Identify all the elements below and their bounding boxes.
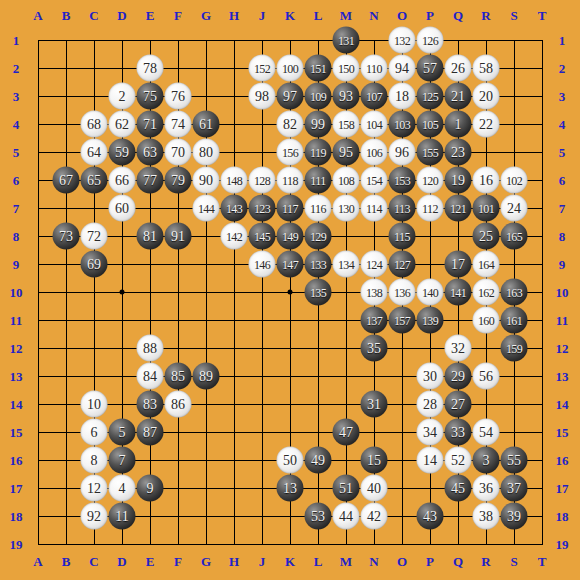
stone-n10-move-138[interactable]: 138 bbox=[361, 279, 388, 306]
move-number: 131 bbox=[338, 34, 354, 46]
stone-r13-move-56[interactable]: 56 bbox=[473, 363, 500, 390]
stone-c17-move-12[interactable]: 12 bbox=[81, 475, 108, 502]
stone-o11-move-157[interactable]: 157 bbox=[389, 307, 416, 334]
move-number: 4 bbox=[119, 481, 126, 495]
move-number: 141 bbox=[450, 286, 466, 298]
column-label-bottom-b: B bbox=[62, 555, 71, 568]
column-label-bottom-r: R bbox=[481, 555, 490, 568]
stone-m3-move-93[interactable]: 93 bbox=[333, 83, 360, 110]
stone-k16-move-50[interactable]: 50 bbox=[277, 447, 304, 474]
move-number: 99 bbox=[311, 117, 325, 131]
column-label-bottom-g: G bbox=[201, 555, 211, 568]
row-label-right-9: 9 bbox=[559, 258, 566, 271]
stone-f5-move-70[interactable]: 70 bbox=[165, 139, 192, 166]
stone-p10-move-140[interactable]: 140 bbox=[417, 279, 444, 306]
stone-c15-move-6[interactable]: 6 bbox=[81, 419, 108, 446]
move-number: 18 bbox=[395, 89, 409, 103]
stone-e3-move-75[interactable]: 75 bbox=[137, 83, 164, 110]
move-number: 127 bbox=[394, 258, 410, 270]
stone-j2-move-152[interactable]: 152 bbox=[249, 55, 276, 82]
move-number: 39 bbox=[507, 509, 521, 523]
stone-m5-move-95[interactable]: 95 bbox=[333, 139, 360, 166]
stone-l16-move-49[interactable]: 49 bbox=[305, 447, 332, 474]
move-number: 47 bbox=[339, 425, 353, 439]
move-number: 162 bbox=[478, 286, 494, 298]
stone-r6-move-16[interactable]: 16 bbox=[473, 167, 500, 194]
move-number: 117 bbox=[282, 202, 298, 214]
row-label-left-18: 18 bbox=[10, 510, 23, 523]
stone-o5-move-96[interactable]: 96 bbox=[389, 139, 416, 166]
move-number: 12 bbox=[87, 481, 101, 495]
stone-p14-move-28[interactable]: 28 bbox=[417, 391, 444, 418]
stone-p7-move-112[interactable]: 112 bbox=[417, 195, 444, 222]
stone-m7-move-130[interactable]: 130 bbox=[333, 195, 360, 222]
stone-c16-move-8[interactable]: 8 bbox=[81, 447, 108, 474]
move-number: 134 bbox=[338, 258, 354, 270]
stone-q12-move-32[interactable]: 32 bbox=[445, 335, 472, 362]
stone-k3-move-97[interactable]: 97 bbox=[277, 83, 304, 110]
stone-e5-move-63[interactable]: 63 bbox=[137, 139, 164, 166]
stone-r16-move-3[interactable]: 3 bbox=[473, 447, 500, 474]
move-number: 108 bbox=[338, 174, 354, 186]
stone-q16-move-52[interactable]: 52 bbox=[445, 447, 472, 474]
move-number: 89 bbox=[199, 369, 213, 383]
column-label-top-s: S bbox=[510, 9, 517, 22]
column-label-top-l: L bbox=[314, 9, 323, 22]
move-number: 60 bbox=[115, 201, 129, 215]
stone-c9-move-69[interactable]: 69 bbox=[81, 251, 108, 278]
move-number: 98 bbox=[255, 89, 269, 103]
move-number: 68 bbox=[87, 117, 101, 131]
move-number: 71 bbox=[143, 117, 157, 131]
stone-s11-move-161[interactable]: 161 bbox=[501, 307, 528, 334]
move-number: 23 bbox=[451, 145, 465, 159]
column-label-top-o: O bbox=[397, 9, 407, 22]
stone-m18-move-44[interactable]: 44 bbox=[333, 503, 360, 530]
stone-p15-move-34[interactable]: 34 bbox=[417, 419, 444, 446]
move-number: 112 bbox=[422, 202, 438, 214]
stone-k7-move-117[interactable]: 117 bbox=[277, 195, 304, 222]
star-point-d10 bbox=[120, 290, 125, 295]
stone-d17-move-4[interactable]: 4 bbox=[109, 475, 136, 502]
stone-p18-move-43[interactable]: 43 bbox=[417, 503, 444, 530]
column-label-bottom-e: E bbox=[146, 555, 155, 568]
stone-q6-move-19[interactable]: 19 bbox=[445, 167, 472, 194]
stone-l9-move-133[interactable]: 133 bbox=[305, 251, 332, 278]
stone-e17-move-9[interactable]: 9 bbox=[137, 475, 164, 502]
stone-o7-move-113[interactable]: 113 bbox=[389, 195, 416, 222]
move-number: 8 bbox=[91, 453, 98, 467]
move-number: 81 bbox=[143, 229, 157, 243]
stone-r18-move-38[interactable]: 38 bbox=[473, 503, 500, 530]
stone-g7-move-144[interactable]: 144 bbox=[193, 195, 220, 222]
move-number: 34 bbox=[423, 425, 437, 439]
move-number: 133 bbox=[310, 258, 326, 270]
stone-f8-move-91[interactable]: 91 bbox=[165, 223, 192, 250]
stone-m4-move-158[interactable]: 158 bbox=[333, 111, 360, 138]
column-label-top-q: Q bbox=[453, 9, 463, 22]
stone-n9-move-124[interactable]: 124 bbox=[361, 251, 388, 278]
move-number: 159 bbox=[506, 342, 522, 354]
move-number: 118 bbox=[282, 174, 298, 186]
stone-c8-move-72[interactable]: 72 bbox=[81, 223, 108, 250]
move-number: 84 bbox=[143, 369, 157, 383]
move-number: 140 bbox=[422, 286, 438, 298]
stone-p2-move-57[interactable]: 57 bbox=[417, 55, 444, 82]
stone-r2-move-58[interactable]: 58 bbox=[473, 55, 500, 82]
stone-j9-move-146[interactable]: 146 bbox=[249, 251, 276, 278]
stone-j7-move-123[interactable]: 123 bbox=[249, 195, 276, 222]
stone-e12-move-88[interactable]: 88 bbox=[137, 335, 164, 362]
move-number: 125 bbox=[422, 90, 438, 102]
stone-k4-move-82[interactable]: 82 bbox=[277, 111, 304, 138]
stone-l3-move-109[interactable]: 109 bbox=[305, 83, 332, 110]
row-label-left-12: 12 bbox=[10, 342, 23, 355]
stone-h6-move-148[interactable]: 148 bbox=[221, 167, 248, 194]
stone-j6-move-128[interactable]: 128 bbox=[249, 167, 276, 194]
stone-e8-move-81[interactable]: 81 bbox=[137, 223, 164, 250]
move-number: 120 bbox=[422, 174, 438, 186]
row-label-left-16: 16 bbox=[10, 454, 23, 467]
stone-n16-move-15[interactable]: 15 bbox=[361, 447, 388, 474]
stone-q7-move-121[interactable]: 121 bbox=[445, 195, 472, 222]
go-board: ABCDEFGHJKLMNOPQRST ABCDEFGHJKLMNOPQRST … bbox=[0, 0, 580, 580]
stone-g13-move-89[interactable]: 89 bbox=[193, 363, 220, 390]
column-label-top-e: E bbox=[146, 9, 155, 22]
row-label-right-7: 7 bbox=[559, 202, 566, 215]
stone-o10-move-136[interactable]: 136 bbox=[389, 279, 416, 306]
stone-k5-move-156[interactable]: 156 bbox=[277, 139, 304, 166]
stone-e15-move-87[interactable]: 87 bbox=[137, 419, 164, 446]
stone-s10-move-163[interactable]: 163 bbox=[501, 279, 528, 306]
stone-c4-move-68[interactable]: 68 bbox=[81, 111, 108, 138]
move-number: 38 bbox=[479, 509, 493, 523]
stone-k17-move-13[interactable]: 13 bbox=[277, 475, 304, 502]
stone-j3-move-98[interactable]: 98 bbox=[249, 83, 276, 110]
stone-q13-move-29[interactable]: 29 bbox=[445, 363, 472, 390]
stone-e6-move-77[interactable]: 77 bbox=[137, 167, 164, 194]
move-number: 7 bbox=[119, 453, 126, 467]
move-number: 124 bbox=[366, 258, 382, 270]
stone-g4-move-61[interactable]: 61 bbox=[193, 111, 220, 138]
stone-s16-move-55[interactable]: 55 bbox=[501, 447, 528, 474]
stone-o6-move-153[interactable]: 153 bbox=[389, 167, 416, 194]
stone-e2-move-78[interactable]: 78 bbox=[137, 55, 164, 82]
move-number: 65 bbox=[87, 173, 101, 187]
stone-b6-move-67[interactable]: 67 bbox=[53, 167, 80, 194]
stone-f6-move-79[interactable]: 79 bbox=[165, 167, 192, 194]
stone-l5-move-119[interactable]: 119 bbox=[305, 139, 332, 166]
row-label-right-5: 5 bbox=[559, 146, 566, 159]
stone-c6-move-65[interactable]: 65 bbox=[81, 167, 108, 194]
stone-p3-move-125[interactable]: 125 bbox=[417, 83, 444, 110]
stone-k8-move-149[interactable]: 149 bbox=[277, 223, 304, 250]
stone-c18-move-92[interactable]: 92 bbox=[81, 503, 108, 530]
move-number: 143 bbox=[226, 202, 242, 214]
stone-p1-move-126[interactable]: 126 bbox=[417, 27, 444, 54]
move-number: 105 bbox=[422, 118, 438, 130]
stone-o2-move-94[interactable]: 94 bbox=[389, 55, 416, 82]
move-number: 137 bbox=[366, 314, 382, 326]
stone-p4-move-105[interactable]: 105 bbox=[417, 111, 444, 138]
move-number: 114 bbox=[366, 202, 382, 214]
row-label-left-17: 17 bbox=[10, 482, 23, 495]
stone-p13-move-30[interactable]: 30 bbox=[417, 363, 444, 390]
move-number: 106 bbox=[366, 146, 382, 158]
move-number: 158 bbox=[338, 118, 354, 130]
stone-o3-move-18[interactable]: 18 bbox=[389, 83, 416, 110]
stone-n14-move-31[interactable]: 31 bbox=[361, 391, 388, 418]
stone-f14-move-86[interactable]: 86 bbox=[165, 391, 192, 418]
move-number: 1 bbox=[455, 117, 462, 131]
move-number: 67 bbox=[59, 173, 73, 187]
row-label-left-7: 7 bbox=[13, 202, 20, 215]
stone-o4-move-103[interactable]: 103 bbox=[389, 111, 416, 138]
stone-l18-move-53[interactable]: 53 bbox=[305, 503, 332, 530]
move-number: 151 bbox=[310, 62, 326, 74]
stone-q10-move-141[interactable]: 141 bbox=[445, 279, 472, 306]
move-number: 35 bbox=[367, 341, 381, 355]
stone-k6-move-118[interactable]: 118 bbox=[277, 167, 304, 194]
stone-d15-move-5[interactable]: 5 bbox=[109, 419, 136, 446]
move-number: 160 bbox=[478, 314, 494, 326]
move-number: 161 bbox=[506, 314, 522, 326]
row-label-left-3: 3 bbox=[13, 90, 20, 103]
move-number: 111 bbox=[310, 174, 325, 186]
move-number: 78 bbox=[143, 61, 157, 75]
stone-l4-move-99[interactable]: 99 bbox=[305, 111, 332, 138]
stone-l6-move-111[interactable]: 111 bbox=[305, 167, 332, 194]
stone-r3-move-20[interactable]: 20 bbox=[473, 83, 500, 110]
move-number: 88 bbox=[143, 341, 157, 355]
stone-q4-move-1[interactable]: 1 bbox=[445, 111, 472, 138]
stone-n6-move-154[interactable]: 154 bbox=[361, 167, 388, 194]
stone-d18-move-11[interactable]: 11 bbox=[109, 503, 136, 530]
move-number: 45 bbox=[451, 481, 465, 495]
stone-q3-move-21[interactable]: 21 bbox=[445, 83, 472, 110]
row-label-right-4: 4 bbox=[559, 118, 566, 131]
move-number: 40 bbox=[367, 481, 381, 495]
move-number: 80 bbox=[199, 145, 213, 159]
move-number: 103 bbox=[394, 118, 410, 130]
column-label-top-c: C bbox=[89, 9, 98, 22]
stone-f13-move-85[interactable]: 85 bbox=[165, 363, 192, 390]
stone-d5-move-59[interactable]: 59 bbox=[109, 139, 136, 166]
stone-q5-move-23[interactable]: 23 bbox=[445, 139, 472, 166]
row-label-right-17: 17 bbox=[556, 482, 569, 495]
move-number: 82 bbox=[283, 117, 297, 131]
move-number: 43 bbox=[423, 509, 437, 523]
stone-e13-move-84[interactable]: 84 bbox=[137, 363, 164, 390]
stone-n5-move-106[interactable]: 106 bbox=[361, 139, 388, 166]
stone-p11-move-139[interactable]: 139 bbox=[417, 307, 444, 334]
move-number: 149 bbox=[282, 230, 298, 242]
move-number: 58 bbox=[479, 61, 493, 75]
move-number: 163 bbox=[506, 286, 522, 298]
stone-d16-move-7[interactable]: 7 bbox=[109, 447, 136, 474]
stone-r7-move-101[interactable]: 101 bbox=[473, 195, 500, 222]
stone-n18-move-42[interactable]: 42 bbox=[361, 503, 388, 530]
stone-m15-move-47[interactable]: 47 bbox=[333, 419, 360, 446]
stone-n7-move-114[interactable]: 114 bbox=[361, 195, 388, 222]
stone-n11-move-137[interactable]: 137 bbox=[361, 307, 388, 334]
stone-q15-move-33[interactable]: 33 bbox=[445, 419, 472, 446]
move-number: 28 bbox=[423, 397, 437, 411]
stone-p5-move-155[interactable]: 155 bbox=[417, 139, 444, 166]
move-number: 22 bbox=[479, 117, 493, 131]
column-label-bottom-p: P bbox=[426, 555, 434, 568]
column-label-bottom-c: C bbox=[89, 555, 98, 568]
move-number: 55 bbox=[507, 453, 521, 467]
stone-n17-move-40[interactable]: 40 bbox=[361, 475, 388, 502]
row-label-right-10: 10 bbox=[556, 286, 569, 299]
move-number: 91 bbox=[171, 229, 185, 243]
move-number: 87 bbox=[143, 425, 157, 439]
stone-h8-move-142[interactable]: 142 bbox=[221, 223, 248, 250]
stone-r8-move-25[interactable]: 25 bbox=[473, 223, 500, 250]
move-number: 17 bbox=[451, 257, 465, 271]
move-number: 130 bbox=[338, 202, 354, 214]
stone-e4-move-71[interactable]: 71 bbox=[137, 111, 164, 138]
move-number: 97 bbox=[283, 89, 297, 103]
move-number: 30 bbox=[423, 369, 437, 383]
move-number: 94 bbox=[395, 61, 409, 75]
row-label-left-2: 2 bbox=[13, 62, 20, 75]
stone-h7-move-143[interactable]: 143 bbox=[221, 195, 248, 222]
stone-e14-move-83[interactable]: 83 bbox=[137, 391, 164, 418]
stone-o8-move-115[interactable]: 115 bbox=[389, 223, 416, 250]
stone-q2-move-26[interactable]: 26 bbox=[445, 55, 472, 82]
star-point-k10 bbox=[288, 290, 293, 295]
move-number: 10 bbox=[87, 397, 101, 411]
move-number: 95 bbox=[339, 145, 353, 159]
column-label-bottom-h: H bbox=[229, 555, 239, 568]
move-number: 37 bbox=[507, 481, 521, 495]
stone-d3-move-2[interactable]: 2 bbox=[109, 83, 136, 110]
stone-m6-move-108[interactable]: 108 bbox=[333, 167, 360, 194]
move-number: 79 bbox=[171, 173, 185, 187]
stone-g5-move-80[interactable]: 80 bbox=[193, 139, 220, 166]
move-number: 90 bbox=[199, 173, 213, 187]
stone-r17-move-36[interactable]: 36 bbox=[473, 475, 500, 502]
move-number: 165 bbox=[506, 230, 522, 242]
column-label-bottom-j: J bbox=[259, 555, 266, 568]
stone-d4-move-62[interactable]: 62 bbox=[109, 111, 136, 138]
row-label-right-3: 3 bbox=[559, 90, 566, 103]
move-number: 104 bbox=[366, 118, 382, 130]
stone-l8-move-129[interactable]: 129 bbox=[305, 223, 332, 250]
move-number: 100 bbox=[282, 62, 298, 74]
stone-r4-move-22[interactable]: 22 bbox=[473, 111, 500, 138]
stone-q14-move-27[interactable]: 27 bbox=[445, 391, 472, 418]
stone-k9-move-147[interactable]: 147 bbox=[277, 251, 304, 278]
stone-p16-move-14[interactable]: 14 bbox=[417, 447, 444, 474]
stone-c5-move-64[interactable]: 64 bbox=[81, 139, 108, 166]
row-label-right-6: 6 bbox=[559, 174, 566, 187]
stone-s8-move-165[interactable]: 165 bbox=[501, 223, 528, 250]
row-label-right-8: 8 bbox=[559, 230, 566, 243]
stone-r10-move-162[interactable]: 162 bbox=[473, 279, 500, 306]
stone-r15-move-54[interactable]: 54 bbox=[473, 419, 500, 446]
stone-d7-move-60[interactable]: 60 bbox=[109, 195, 136, 222]
stone-m1-move-131[interactable]: 131 bbox=[333, 27, 360, 54]
stone-d6-move-66[interactable]: 66 bbox=[109, 167, 136, 194]
move-number: 136 bbox=[394, 286, 410, 298]
move-number: 86 bbox=[171, 397, 185, 411]
move-number: 113 bbox=[394, 202, 410, 214]
move-number: 152 bbox=[254, 62, 270, 74]
move-number: 153 bbox=[394, 174, 410, 186]
row-label-left-19: 19 bbox=[10, 538, 23, 551]
stone-s7-move-24[interactable]: 24 bbox=[501, 195, 528, 222]
stone-n3-move-107[interactable]: 107 bbox=[361, 83, 388, 110]
stone-f3-move-76[interactable]: 76 bbox=[165, 83, 192, 110]
row-label-left-10: 10 bbox=[10, 286, 23, 299]
move-number: 64 bbox=[87, 145, 101, 159]
stone-p6-move-120[interactable]: 120 bbox=[417, 167, 444, 194]
move-number: 15 bbox=[367, 453, 381, 467]
stone-l7-move-116[interactable]: 116 bbox=[305, 195, 332, 222]
stone-f4-move-74[interactable]: 74 bbox=[165, 111, 192, 138]
move-number: 138 bbox=[366, 286, 382, 298]
move-number: 26 bbox=[451, 61, 465, 75]
stone-m2-move-150[interactable]: 150 bbox=[333, 55, 360, 82]
column-label-top-n: N bbox=[369, 9, 378, 22]
stone-n2-move-110[interactable]: 110 bbox=[361, 55, 388, 82]
move-number: 36 bbox=[479, 481, 493, 495]
move-number: 9 bbox=[147, 481, 154, 495]
stone-l2-move-151[interactable]: 151 bbox=[305, 55, 332, 82]
column-label-top-m: M bbox=[340, 9, 352, 22]
row-label-left-1: 1 bbox=[13, 34, 20, 47]
stone-r9-move-164[interactable]: 164 bbox=[473, 251, 500, 278]
stone-g6-move-90[interactable]: 90 bbox=[193, 167, 220, 194]
stone-n4-move-104[interactable]: 104 bbox=[361, 111, 388, 138]
column-label-bottom-k: K bbox=[285, 555, 295, 568]
stone-s6-move-102[interactable]: 102 bbox=[501, 167, 528, 194]
stone-m9-move-134[interactable]: 134 bbox=[333, 251, 360, 278]
move-number: 119 bbox=[310, 146, 326, 158]
move-number: 52 bbox=[451, 453, 465, 467]
move-number: 25 bbox=[479, 229, 493, 243]
column-label-top-b: B bbox=[62, 9, 71, 22]
stone-o9-move-127[interactable]: 127 bbox=[389, 251, 416, 278]
column-label-top-d: D bbox=[117, 9, 126, 22]
move-number: 24 bbox=[507, 201, 521, 215]
stone-s12-move-159[interactable]: 159 bbox=[501, 335, 528, 362]
stone-r11-move-160[interactable]: 160 bbox=[473, 307, 500, 334]
move-number: 107 bbox=[366, 90, 382, 102]
move-number: 59 bbox=[115, 145, 129, 159]
row-label-right-2: 2 bbox=[559, 62, 566, 75]
stone-q9-move-17[interactable]: 17 bbox=[445, 251, 472, 278]
stone-n12-move-35[interactable]: 35 bbox=[361, 335, 388, 362]
stone-q17-move-45[interactable]: 45 bbox=[445, 475, 472, 502]
stone-l10-move-135[interactable]: 135 bbox=[305, 279, 332, 306]
stone-j8-move-145[interactable]: 145 bbox=[249, 223, 276, 250]
row-label-right-18: 18 bbox=[556, 510, 569, 523]
stone-s17-move-37[interactable]: 37 bbox=[501, 475, 528, 502]
stone-b8-move-73[interactable]: 73 bbox=[53, 223, 80, 250]
stone-k2-move-100[interactable]: 100 bbox=[277, 55, 304, 82]
move-number: 74 bbox=[171, 117, 185, 131]
move-number: 50 bbox=[283, 453, 297, 467]
stone-s18-move-39[interactable]: 39 bbox=[501, 503, 528, 530]
stone-o1-move-132[interactable]: 132 bbox=[389, 27, 416, 54]
row-label-left-11: 11 bbox=[10, 314, 22, 327]
stone-m17-move-51[interactable]: 51 bbox=[333, 475, 360, 502]
stone-c14-move-10[interactable]: 10 bbox=[81, 391, 108, 418]
